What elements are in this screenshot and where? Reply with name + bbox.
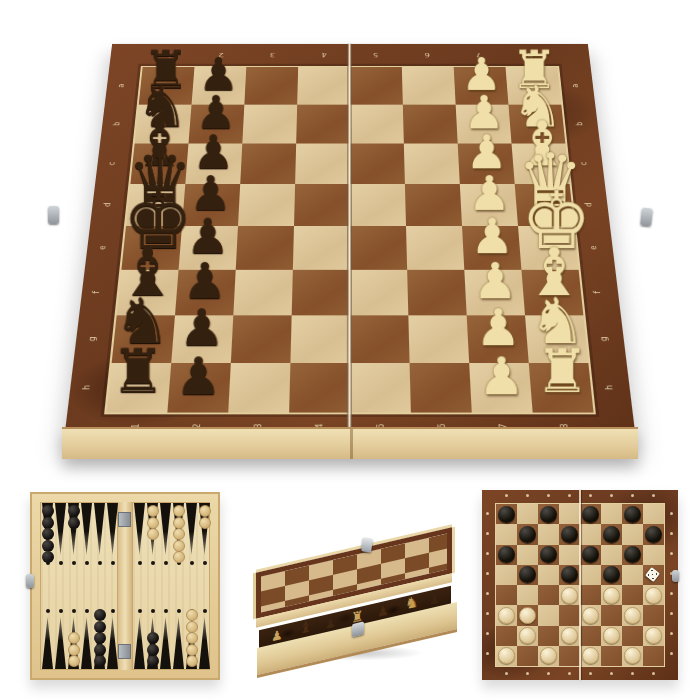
stored-chess-piece: ♟	[429, 592, 440, 606]
board-coordinate: 5	[373, 52, 378, 58]
checkers-square	[622, 565, 643, 585]
stored-chess-piece: ♝	[299, 619, 312, 637]
backgammon-field	[40, 502, 210, 670]
backgammon-point	[160, 503, 171, 555]
checker-white	[603, 627, 620, 644]
backgammon-point	[186, 503, 197, 555]
backgammon-point	[107, 503, 118, 555]
case-latch-icon	[361, 537, 373, 552]
checkers-square	[601, 545, 622, 565]
chess-piece-light-r: ♜	[532, 341, 593, 402]
chess-square	[242, 105, 297, 144]
checkers-square	[601, 605, 622, 625]
chess-square	[292, 270, 350, 316]
checkers-grid	[496, 504, 664, 666]
border-coordinate-mark	[589, 672, 592, 675]
stored-chess-piece: ♟	[377, 603, 389, 619]
board-coordinate: h	[81, 385, 92, 390]
border-coordinate-mark	[610, 672, 613, 675]
border-coordinate-mark	[505, 672, 508, 675]
backgammon-point	[55, 503, 66, 555]
backgammon-checker-black	[94, 655, 106, 667]
chess-square	[407, 270, 467, 316]
case-clasp-icon	[352, 621, 364, 637]
border-coordinate-mark	[526, 672, 529, 675]
backgammon-checker-natural	[173, 505, 185, 517]
backgammon-point	[81, 503, 92, 555]
backgammon-point	[55, 617, 66, 669]
board-coordinate: a	[570, 84, 580, 88]
chess-square	[350, 105, 404, 144]
chess-square	[404, 144, 460, 184]
chess-square	[297, 67, 350, 104]
checker-white	[498, 607, 515, 624]
checkers-square	[643, 504, 664, 524]
checker-black	[561, 526, 578, 543]
border-coordinate-mark	[547, 672, 550, 675]
checkers-square	[580, 524, 601, 544]
border-coordinate-mark	[486, 652, 489, 655]
checkers-square	[496, 626, 517, 646]
backgammon-checker-natural	[173, 540, 185, 552]
checker-black	[540, 506, 557, 523]
checker-black	[498, 506, 515, 523]
border-coordinate-mark	[631, 672, 634, 675]
border-coordinate-mark	[610, 494, 613, 497]
product-photo: 11aa22bb33cc44dd55ee66ff77gg88hh♜♟♟♜♞♟♟♞…	[0, 0, 700, 700]
backgammon-checker-natural	[173, 517, 185, 529]
decorative-dot	[98, 561, 102, 565]
backgammon-point	[107, 617, 118, 669]
backgammon-point	[134, 503, 145, 555]
chess-square	[405, 184, 462, 226]
main-chess-photo[interactable]: 11aa22bb33cc44dd55ee66ff77gg88hh♜♟♟♜♞♟♟♞…	[90, 0, 610, 486]
checkers-square	[538, 565, 559, 585]
chess-piece-dark-p: ♟	[168, 350, 229, 402]
chess-square	[238, 184, 295, 226]
stored-chess-piece: ♟	[271, 628, 283, 644]
backgammon-checker-black	[42, 551, 54, 563]
backgammon-checker-black	[42, 517, 54, 529]
border-coordinate-mark	[568, 494, 571, 497]
border-coordinate-mark	[670, 612, 673, 615]
checkers-square	[496, 585, 517, 605]
backgammon-clasp-icon	[26, 574, 34, 588]
backgammon-left-half	[40, 502, 118, 670]
border-coordinate-mark	[486, 512, 489, 515]
chess-square	[350, 226, 407, 270]
checkers-square	[580, 585, 601, 605]
stored-chess-piece: ♞	[405, 594, 418, 612]
chess-piece-dark-r: ♜	[108, 341, 169, 402]
backgammon-checker-natural	[68, 632, 80, 644]
decorative-dot	[85, 561, 89, 565]
border-coordinate-mark	[631, 494, 634, 497]
backgammon-checker-black	[147, 632, 159, 644]
chess-piece-light-p: ♟	[471, 350, 532, 402]
chess-square	[350, 184, 406, 226]
stored-chess-piece: ♟	[325, 616, 336, 630]
checkers-square	[622, 626, 643, 646]
border-coordinate-mark	[486, 612, 489, 615]
backgammon-checker-natural	[199, 517, 211, 529]
checkers-square	[559, 646, 580, 666]
backgammon-checker-black	[68, 517, 80, 529]
decorative-dot	[138, 609, 142, 613]
chess-square	[402, 67, 456, 104]
backgammon-right-half	[132, 502, 210, 670]
decorative-dot	[85, 609, 89, 613]
hinge-icon	[118, 512, 131, 527]
checker-white	[645, 587, 662, 604]
backgammon-checker-black	[94, 632, 106, 644]
checkers-square	[496, 524, 517, 544]
backgammon-checker-natural	[186, 632, 198, 644]
decorative-dot	[59, 609, 63, 613]
checker-black	[603, 526, 620, 543]
backgammon-checker-black	[94, 609, 106, 621]
checkers-square	[517, 585, 538, 605]
checker-black	[582, 546, 599, 563]
backgammon-checker-natural	[173, 528, 185, 540]
backgammon-checker-natural	[186, 644, 198, 656]
decorative-dot	[164, 609, 168, 613]
chess-square	[296, 105, 350, 144]
checker-white	[624, 607, 641, 624]
chess-square	[289, 363, 350, 413]
checker-white	[561, 627, 578, 644]
checker-black	[540, 546, 557, 563]
backgammon-checker-natural	[186, 655, 198, 667]
checkers-square	[643, 646, 664, 666]
chess-square	[410, 363, 472, 413]
chess-square	[350, 315, 410, 363]
border-coordinate-mark	[670, 512, 673, 515]
chess-square	[236, 226, 294, 270]
backgammon-checker-black	[94, 621, 106, 633]
decorative-dot	[46, 609, 50, 613]
checkers-photo[interactable]	[482, 490, 678, 680]
left-clasp-icon	[48, 206, 59, 224]
decorative-dot	[203, 609, 207, 613]
backgammon-point	[173, 617, 184, 669]
checkers-square	[559, 605, 580, 625]
checkers-square	[559, 545, 580, 565]
checkers-square	[496, 565, 517, 585]
checker-black	[645, 526, 662, 543]
backgammon-checker-natural	[186, 609, 198, 621]
board-coordinate: d	[102, 203, 112, 207]
board-coordinate: h	[603, 385, 614, 390]
board-coordinate: c	[107, 162, 117, 166]
chess-square	[350, 270, 408, 316]
border-coordinate-mark	[670, 592, 673, 595]
backgammon-point	[42, 617, 53, 669]
checkers-square	[622, 524, 643, 544]
checkers-square	[538, 524, 559, 544]
board-coordinate: 3	[270, 52, 276, 58]
checkers-fold-seam	[579, 490, 581, 680]
board-coordinate: 6	[424, 52, 430, 58]
checker-white	[582, 607, 599, 624]
checker-black	[498, 546, 515, 563]
checkers-square	[622, 585, 643, 605]
backgammon-checker-black	[147, 644, 159, 656]
checker-white	[603, 587, 620, 604]
checkers-latch-icon	[672, 570, 679, 582]
board-coordinate: g	[598, 336, 609, 341]
decorative-dot	[138, 561, 142, 565]
border-coordinate-mark	[486, 552, 489, 555]
checker-white	[645, 627, 662, 644]
board-coordinate: f	[592, 291, 603, 294]
folded-case-photo[interactable]: ♟♝♟♜♟♞♟	[250, 524, 464, 674]
backgammon-checker-black	[42, 528, 54, 540]
checker-black	[519, 526, 536, 543]
hinge-icon	[118, 644, 131, 659]
chess-square	[244, 67, 298, 104]
backgammon-checker-natural	[68, 655, 80, 667]
chess-square	[228, 363, 290, 413]
checkers-square	[643, 605, 664, 625]
decorative-dot	[164, 561, 168, 565]
backgammon-checker-natural	[147, 528, 159, 540]
board-coordinate: b	[574, 122, 584, 126]
decorative-dot	[111, 561, 115, 565]
backgammon-point	[134, 617, 145, 669]
chess-square	[295, 144, 350, 184]
border-coordinate-mark	[526, 494, 529, 497]
chess-square	[406, 226, 464, 270]
backgammon-checker-black	[42, 505, 54, 517]
right-clasp-icon	[640, 207, 653, 226]
decorative-dot	[177, 609, 181, 613]
checkers-square	[643, 545, 664, 565]
backgammon-point	[94, 503, 105, 555]
border-coordinate-mark	[505, 494, 508, 497]
border-coordinate-mark	[486, 572, 489, 575]
checkers-square	[601, 504, 622, 524]
board-coordinate: 4	[321, 52, 326, 58]
decorative-dot	[59, 561, 63, 565]
backgammon-checker-natural	[147, 517, 159, 529]
board-coordinate: e	[97, 246, 108, 250]
chess-square	[233, 270, 293, 316]
checker-black	[624, 546, 641, 563]
decorative-dot	[72, 561, 76, 565]
border-coordinate-mark	[670, 532, 673, 535]
chess-board-3d: 11aa22bb33cc44dd55ee66ff77gg88hh♜♟♟♜♞♟♟♞…	[63, 44, 636, 446]
backgammon-checker-natural	[173, 551, 185, 563]
border-coordinate-mark	[486, 532, 489, 535]
backgammon-point	[199, 617, 210, 669]
checker-white	[561, 587, 578, 604]
border-coordinate-mark	[670, 652, 673, 655]
border-coordinate-mark	[589, 494, 592, 497]
backgammon-checker-black	[68, 505, 80, 517]
backgammon-checker-natural	[147, 505, 159, 517]
decorative-dot	[151, 561, 155, 565]
chess-square	[240, 144, 296, 184]
chess-square	[350, 363, 411, 413]
checker-white	[519, 607, 536, 624]
backgammon-point	[160, 617, 171, 669]
border-coordinate-mark	[568, 672, 571, 675]
board-coordinate: f	[91, 291, 102, 294]
decorative-dot	[72, 609, 76, 613]
backgammon-photo[interactable]	[30, 492, 220, 680]
backgammon-point	[81, 617, 92, 669]
board-coordinate: g	[86, 336, 97, 341]
chess-square	[350, 67, 403, 104]
checker-black	[624, 506, 641, 523]
backgammon-checker-natural	[186, 621, 198, 633]
backgammon-checker-natural	[68, 644, 80, 656]
backgammon-checker-black	[94, 644, 106, 656]
backgammon-checker-black	[42, 540, 54, 552]
checkers-square	[517, 545, 538, 565]
checkers-square	[538, 626, 559, 646]
border-coordinate-mark	[547, 494, 550, 497]
checkers-square	[538, 585, 559, 605]
checkers-square	[538, 605, 559, 625]
backgammon-checker-natural	[199, 505, 211, 517]
border-coordinate-mark	[486, 632, 489, 635]
chess-square	[231, 315, 292, 363]
checkers-square	[517, 646, 538, 666]
checkers-square	[559, 504, 580, 524]
border-coordinate-mark	[670, 632, 673, 635]
checkers-square	[517, 504, 538, 524]
chess-square	[350, 144, 405, 184]
board-coordinate: b	[112, 122, 122, 126]
checker-white	[519, 627, 536, 644]
border-coordinate-mark	[670, 552, 673, 555]
checkers-square	[580, 626, 601, 646]
backgammon-checker-black	[147, 655, 159, 667]
chess-square	[290, 315, 350, 363]
decorative-dot	[151, 609, 155, 613]
border-coordinate-mark	[652, 672, 655, 675]
chess-square	[294, 184, 350, 226]
checker-black	[582, 506, 599, 523]
chess-case-front	[62, 427, 638, 459]
decorative-dot	[190, 561, 194, 565]
border-coordinate-mark	[652, 494, 655, 497]
decorative-dot	[111, 609, 115, 613]
border-coordinate-mark	[486, 592, 489, 595]
chess-square	[293, 226, 350, 270]
checkers-square	[601, 646, 622, 666]
chess-square	[403, 105, 458, 144]
checkers-square	[580, 565, 601, 585]
board-coordinate: a	[116, 84, 126, 88]
chess-square	[408, 315, 469, 363]
decorative-dot	[203, 561, 207, 565]
